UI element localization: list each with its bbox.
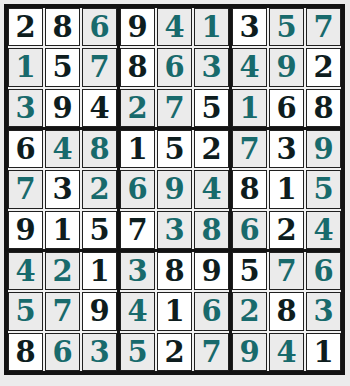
cell-r1c9[interactable]: 7: [306, 8, 341, 46]
cell-r7c6[interactable]: 9: [194, 252, 229, 290]
cell-r7c2[interactable]: 2: [45, 252, 80, 290]
cell-r4c5[interactable]: 5: [157, 130, 192, 168]
cell-r9c7[interactable]: 9: [232, 333, 267, 371]
cell-r5c2[interactable]: 3: [45, 170, 80, 208]
cell-r9c4[interactable]: 5: [120, 333, 155, 371]
cell-r5c4[interactable]: 6: [120, 170, 155, 208]
cell-r4c6[interactable]: 2: [194, 130, 229, 168]
cell-r6c3[interactable]: 5: [82, 211, 117, 249]
cell-r9c2[interactable]: 6: [45, 333, 80, 371]
sudoku-page: 2861573949418632753574921686487329151526…: [0, 0, 350, 386]
cell-r3c8[interactable]: 6: [269, 89, 304, 127]
cell-r2c9[interactable]: 2: [306, 48, 341, 86]
cell-r3c5[interactable]: 7: [157, 89, 192, 127]
cell-r8c4[interactable]: 4: [120, 292, 155, 330]
cell-r2c4[interactable]: 8: [120, 48, 155, 86]
cell-r6c9[interactable]: 4: [306, 211, 341, 249]
cell-r4c9[interactable]: 9: [306, 130, 341, 168]
cell-r2c3[interactable]: 7: [82, 48, 117, 86]
cell-r4c8[interactable]: 3: [269, 130, 304, 168]
sudoku-board: 2861573949418632753574921686487329151526…: [4, 4, 345, 375]
box-2: 941863275: [120, 8, 229, 127]
cell-r2c7[interactable]: 4: [232, 48, 267, 86]
cell-r1c7[interactable]: 3: [232, 8, 267, 46]
cell-r6c1[interactable]: 9: [8, 211, 43, 249]
cell-r4c7[interactable]: 7: [232, 130, 267, 168]
box-7: 421579863: [8, 252, 117, 371]
cell-r1c1[interactable]: 2: [8, 8, 43, 46]
box-3: 357492168: [232, 8, 341, 127]
cell-r8c7[interactable]: 2: [232, 292, 267, 330]
cell-r1c8[interactable]: 5: [269, 8, 304, 46]
cell-r2c1[interactable]: 1: [8, 48, 43, 86]
box-9: 576283941: [232, 252, 341, 371]
cell-r2c8[interactable]: 9: [269, 48, 304, 86]
cell-r6c6[interactable]: 8: [194, 211, 229, 249]
cell-r3c6[interactable]: 5: [194, 89, 229, 127]
cell-r6c7[interactable]: 6: [232, 211, 267, 249]
cell-r7c1[interactable]: 4: [8, 252, 43, 290]
cell-r8c1[interactable]: 5: [8, 292, 43, 330]
cell-r7c4[interactable]: 3: [120, 252, 155, 290]
cell-r3c3[interactable]: 4: [82, 89, 117, 127]
cell-r2c5[interactable]: 6: [157, 48, 192, 86]
cell-r3c2[interactable]: 9: [45, 89, 80, 127]
cell-r4c1[interactable]: 6: [8, 130, 43, 168]
cell-r5c6[interactable]: 4: [194, 170, 229, 208]
cell-r4c3[interactable]: 8: [82, 130, 117, 168]
cell-r7c3[interactable]: 1: [82, 252, 117, 290]
cell-r3c4[interactable]: 2: [120, 89, 155, 127]
cell-r8c2[interactable]: 7: [45, 292, 80, 330]
box-4: 648732915: [8, 130, 117, 249]
cell-r8c8[interactable]: 8: [269, 292, 304, 330]
cell-r9c3[interactable]: 3: [82, 333, 117, 371]
cell-r9c8[interactable]: 4: [269, 333, 304, 371]
cell-r9c5[interactable]: 2: [157, 333, 192, 371]
cell-r5c7[interactable]: 8: [232, 170, 267, 208]
cell-r5c9[interactable]: 5: [306, 170, 341, 208]
cell-r9c1[interactable]: 8: [8, 333, 43, 371]
box-5: 152694738: [120, 130, 229, 249]
cell-r9c9[interactable]: 1: [306, 333, 341, 371]
cell-r7c5[interactable]: 8: [157, 252, 192, 290]
cell-r7c8[interactable]: 7: [269, 252, 304, 290]
cell-r7c9[interactable]: 6: [306, 252, 341, 290]
cell-r4c2[interactable]: 4: [45, 130, 80, 168]
cell-r5c5[interactable]: 9: [157, 170, 192, 208]
cell-r9c6[interactable]: 7: [194, 333, 229, 371]
cell-r2c6[interactable]: 3: [194, 48, 229, 86]
box-8: 389416527: [120, 252, 229, 371]
cell-r1c4[interactable]: 9: [120, 8, 155, 46]
cell-r5c1[interactable]: 7: [8, 170, 43, 208]
cell-r1c3[interactable]: 6: [82, 8, 117, 46]
cell-r1c6[interactable]: 1: [194, 8, 229, 46]
cell-r8c5[interactable]: 1: [157, 292, 192, 330]
cell-r1c2[interactable]: 8: [45, 8, 80, 46]
cell-r1c5[interactable]: 4: [157, 8, 192, 46]
cell-r2c2[interactable]: 5: [45, 48, 80, 86]
cell-r8c3[interactable]: 9: [82, 292, 117, 330]
cell-r7c7[interactable]: 5: [232, 252, 267, 290]
cell-r3c1[interactable]: 3: [8, 89, 43, 127]
cell-r8c9[interactable]: 3: [306, 292, 341, 330]
cell-r3c9[interactable]: 8: [306, 89, 341, 127]
cell-r5c8[interactable]: 1: [269, 170, 304, 208]
cell-r6c4[interactable]: 7: [120, 211, 155, 249]
cell-r6c8[interactable]: 2: [269, 211, 304, 249]
cell-r4c4[interactable]: 1: [120, 130, 155, 168]
cell-r3c7[interactable]: 1: [232, 89, 267, 127]
cell-r6c5[interactable]: 3: [157, 211, 192, 249]
cell-r6c2[interactable]: 1: [45, 211, 80, 249]
cell-r8c6[interactable]: 6: [194, 292, 229, 330]
box-6: 739815624: [232, 130, 341, 249]
box-1: 286157394: [8, 8, 117, 127]
cell-r5c3[interactable]: 2: [82, 170, 117, 208]
